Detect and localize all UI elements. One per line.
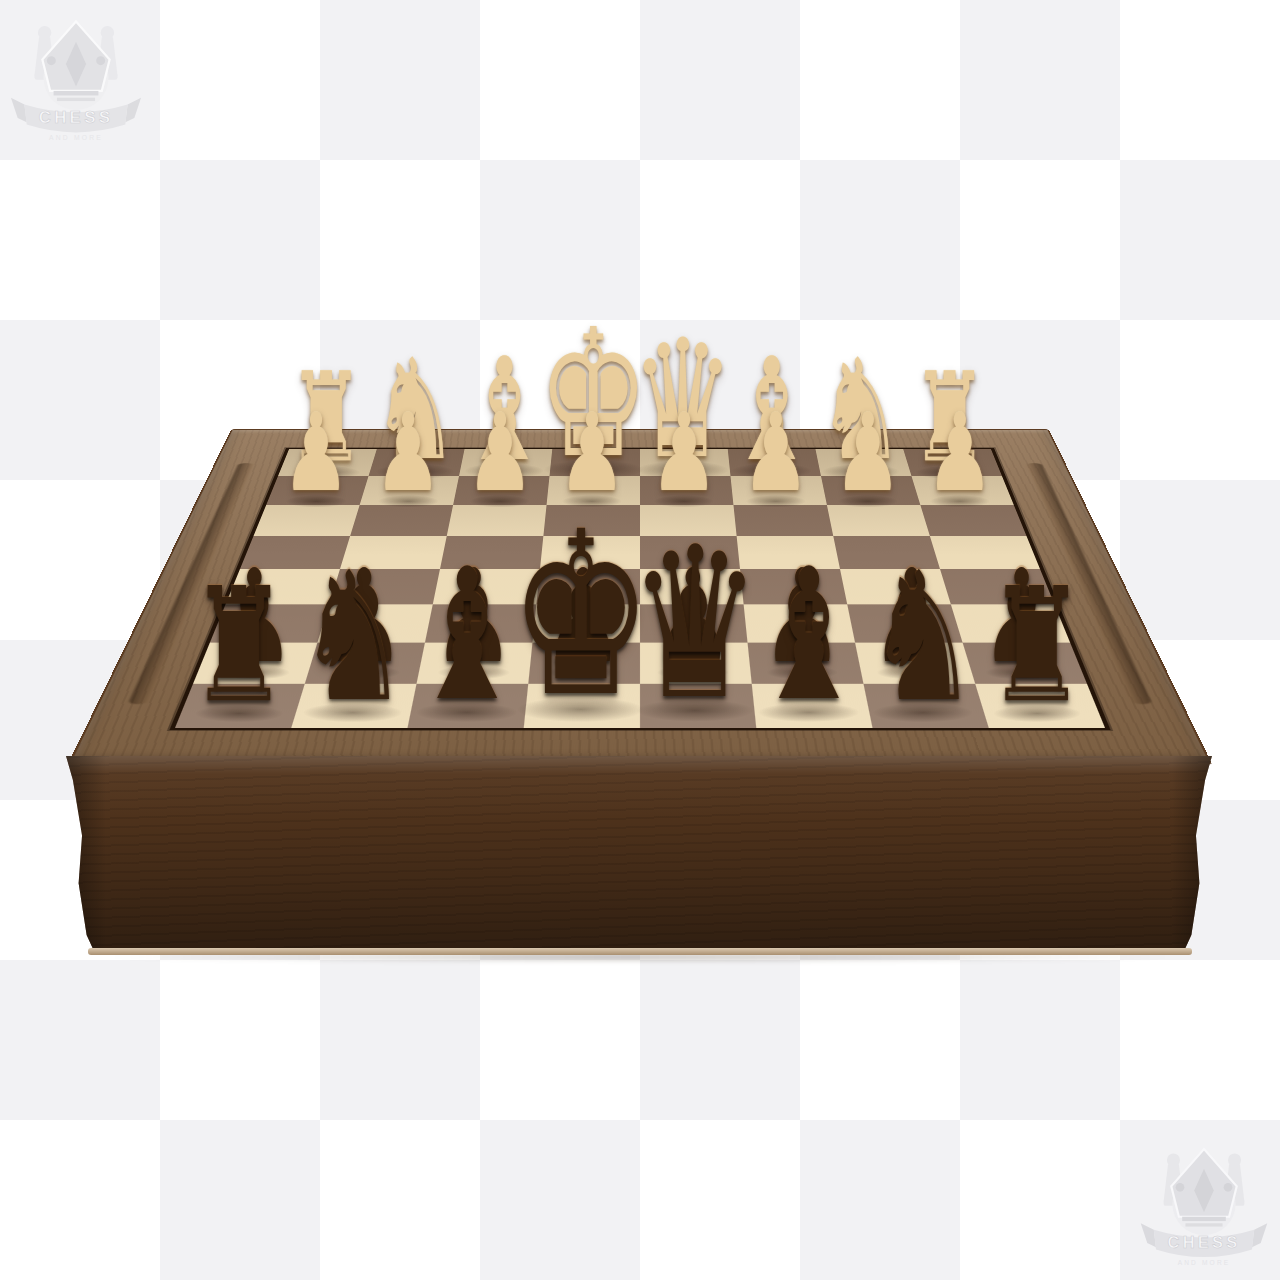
piece-contact-shadow: [561, 495, 623, 507]
black-queen-icon: ♛: [629, 525, 761, 724]
scene: CHESS AND MORE CHESS AND MORE: [0, 0, 1280, 1280]
piece-contact-shadow: [756, 702, 861, 722]
piece-contact-shadow: [914, 465, 985, 479]
white-pawn-icon: ♟: [374, 402, 442, 505]
piece-contact-shadow: [377, 495, 439, 507]
piece-contact-shadow: [302, 702, 405, 722]
piece-contact-shadow: [463, 463, 545, 479]
piece-contact-shadow: [875, 665, 949, 679]
piece-contact-shadow: [929, 495, 991, 507]
piece-contact-shadow: [469, 495, 531, 507]
piece-contact-shadow: [653, 495, 715, 507]
piece-contact-shadow: [984, 665, 1058, 679]
black-rook-icon: ♜: [189, 572, 289, 722]
piece-contact-shadow: [991, 705, 1082, 723]
piece-black-knight-b8: ♞: [867, 596, 980, 715]
white-king-icon: ♚: [538, 311, 650, 479]
piece-black-pawn-c7: ♟: [762, 587, 843, 673]
piece-black-pawn-e7: ♟: [543, 587, 624, 673]
piece-contact-shadow: [375, 464, 456, 480]
piece-black-pawn-b7: ♟: [871, 587, 952, 673]
piece-contact-shadow: [516, 697, 647, 723]
piece-black-rook-h8: ♜: [189, 610, 289, 716]
piece-contact-shadow: [837, 495, 899, 507]
piece-white-pawn-a2: ♟: [926, 428, 994, 500]
piece-white-queen-d1: ♛: [631, 363, 734, 472]
piece-white-pawn-c2: ♟: [742, 428, 810, 500]
piece-black-pawn-h7: ♟: [214, 587, 295, 673]
white-pawn-icon: ♟: [650, 402, 718, 505]
piece-contact-shadow: [194, 705, 285, 723]
piece-contact-shadow: [635, 461, 729, 479]
white-rook-icon: ♜: [911, 360, 989, 477]
black-pawn-icon: ♟: [652, 555, 733, 677]
white-pawn-icon: ♟: [282, 402, 350, 505]
piece-white-bishop-f1: ♝: [460, 377, 550, 472]
piece-white-pawn-f2: ♟: [466, 428, 534, 500]
white-knight-icon: ♞: [371, 345, 459, 477]
piece-white-king-e1: ♚: [538, 354, 650, 472]
black-bishop-icon: ♝: [752, 550, 867, 723]
black-pawn-icon: ♟: [543, 555, 624, 677]
black-rook-icon: ♜: [987, 572, 1087, 722]
black-knight-icon: ♞: [867, 553, 980, 722]
piece-black-pawn-g7: ♟: [323, 587, 404, 673]
piece-contact-shadow: [217, 665, 291, 679]
black-pawn-icon: ♟: [871, 555, 952, 677]
piece-contact-shadow: [285, 495, 347, 507]
black-pawn-icon: ♟: [323, 555, 404, 677]
piece-contact-shadow: [745, 495, 807, 507]
piece-white-bishop-c1: ♝: [727, 377, 817, 472]
piece-white-rook-h1: ♜: [287, 390, 365, 473]
piece-black-rook-a8: ♜: [987, 610, 1087, 716]
piece-contact-shadow: [291, 465, 362, 479]
black-king-icon: ♚: [510, 509, 653, 724]
piece-black-bishop-c8: ♝: [752, 594, 867, 716]
piece-white-pawn-g2: ♟: [374, 428, 442, 500]
piece-contact-shadow: [327, 665, 401, 679]
piece-black-bishop-f8: ♝: [410, 594, 525, 716]
piece-white-knight-g1: ♞: [371, 379, 459, 472]
piece-contact-shadow: [635, 699, 756, 723]
white-bishop-icon: ♝: [460, 343, 550, 478]
black-bishop-icon: ♝: [410, 550, 525, 723]
piece-white-knight-b1: ♞: [817, 379, 905, 472]
white-rook-icon: ♜: [287, 360, 365, 477]
piece-white-pawn-e2: ♟: [558, 428, 626, 500]
piece-contact-shadow: [765, 665, 839, 679]
white-pawn-icon: ♟: [466, 402, 534, 505]
piece-contact-shadow: [546, 665, 620, 679]
white-pawn-icon: ♟: [834, 402, 902, 505]
black-pawn-icon: ♟: [433, 555, 514, 677]
piece-black-pawn-d7: ♟: [652, 587, 733, 673]
black-knight-icon: ♞: [297, 553, 410, 722]
piece-white-pawn-h2: ♟: [282, 428, 350, 500]
piece-white-rook-a1: ♜: [911, 390, 989, 473]
piece-contact-shadow: [871, 702, 974, 722]
piece-black-pawn-a7: ♟: [981, 587, 1062, 673]
white-knight-icon: ♞: [817, 345, 905, 477]
piece-contact-shadow: [436, 665, 510, 679]
black-pawn-icon: ♟: [762, 555, 843, 677]
piece-black-king-e8: ♚: [510, 564, 653, 715]
piece-contact-shadow: [656, 665, 730, 679]
pieces-layer: ♜♞♝♛♚♝♞♜♟♟♟♟♟♟♟♟♟♟♟♟♟♟♟♟♜♞♝♛♚♝♞♜: [0, 0, 1280, 1280]
piece-contact-shadow: [731, 463, 813, 479]
piece-contact-shadow: [542, 459, 644, 479]
white-queen-icon: ♛: [631, 323, 734, 478]
piece-white-pawn-d2: ♟: [650, 428, 718, 500]
white-bishop-icon: ♝: [727, 343, 817, 478]
piece-black-pawn-f7: ♟: [433, 587, 514, 673]
piece-black-queen-d8: ♛: [629, 575, 761, 715]
black-pawn-icon: ♟: [981, 555, 1062, 677]
piece-contact-shadow: [820, 464, 901, 480]
white-pawn-icon: ♟: [926, 402, 994, 505]
white-pawn-icon: ♟: [742, 402, 810, 505]
piece-white-pawn-b2: ♟: [834, 428, 902, 500]
piece-contact-shadow: [415, 702, 520, 722]
piece-black-knight-g8: ♞: [297, 596, 410, 715]
black-pawn-icon: ♟: [214, 555, 295, 677]
white-pawn-icon: ♟: [558, 402, 626, 505]
